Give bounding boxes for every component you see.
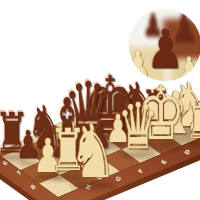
inset-piece-dark-pawn: ♟ (141, 10, 165, 41)
piece-light-knight: ♞ (66, 114, 120, 189)
detail-inset-circle: ♟♟♟♟♟ (129, 9, 200, 81)
piece-light-queen: ♛ (115, 95, 161, 158)
chess-set-product-photo: 678HGFED ♟♟♜♟♟♞♟♞♝♝♟♟♚♜♛♟♝♚♟♞♛♜♟♟♟♟♜♞ ♟♟… (0, 0, 200, 200)
